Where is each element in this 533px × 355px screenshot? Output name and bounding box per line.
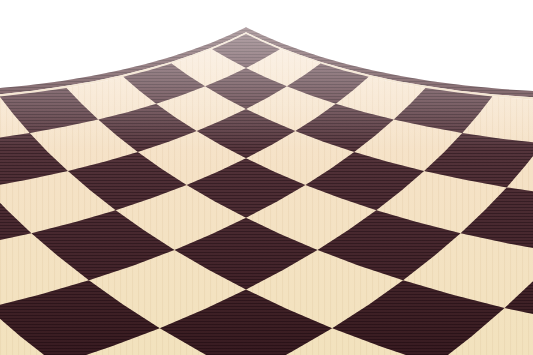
- chessboard: [0, 0, 533, 355]
- product-photo-empty-chessboard: [0, 0, 533, 355]
